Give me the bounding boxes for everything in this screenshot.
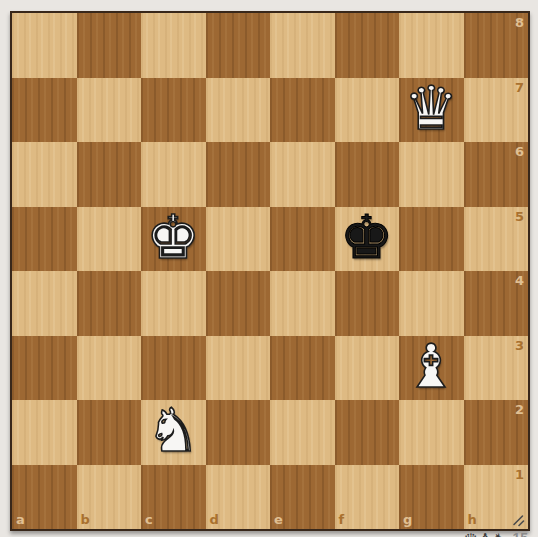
square-a3[interactable]: [12, 336, 77, 401]
bishop-icon: ♝: [478, 530, 492, 537]
square-e1[interactable]: e: [270, 465, 335, 530]
square-d2[interactable]: [206, 400, 271, 465]
square-f8[interactable]: [335, 13, 400, 78]
square-d4[interactable]: [206, 271, 271, 336]
rank-label-3: 3: [515, 338, 524, 353]
file-label-h: h: [468, 512, 477, 527]
square-a7[interactable]: [12, 78, 77, 143]
square-h7[interactable]: 7: [464, 78, 529, 143]
file-label-a: a: [16, 512, 25, 527]
file-label-c: c: [145, 512, 153, 527]
material-bar: ♛♝♞ 15: [463, 531, 528, 537]
square-g8[interactable]: [399, 13, 464, 78]
rank-label-4: 4: [515, 273, 524, 288]
square-e8[interactable]: [270, 13, 335, 78]
square-h2[interactable]: 2: [464, 400, 529, 465]
square-f5[interactable]: ♚: [335, 207, 400, 272]
white-knight[interactable]: ♞: [146, 400, 200, 460]
square-c8[interactable]: [141, 13, 206, 78]
square-g1[interactable]: g: [399, 465, 464, 530]
square-a5[interactable]: [12, 207, 77, 272]
square-f2[interactable]: [335, 400, 400, 465]
board-grid: 8♛76♚♚54♝3♞2abcdefgh1: [12, 13, 528, 529]
page: 8♛76♚♚54♝3♞2abcdefgh1 ♛♝♞ 15: [0, 0, 538, 537]
square-d3[interactable]: [206, 336, 271, 401]
square-a6[interactable]: [12, 142, 77, 207]
square-e7[interactable]: [270, 78, 335, 143]
square-h8[interactable]: 8: [464, 13, 529, 78]
square-b8[interactable]: [77, 13, 142, 78]
square-f4[interactable]: [335, 271, 400, 336]
square-b3[interactable]: [77, 336, 142, 401]
white-bishop[interactable]: ♝: [404, 336, 458, 396]
square-a2[interactable]: [12, 400, 77, 465]
resize-handle-icon[interactable]: [511, 513, 526, 528]
rank-label-5: 5: [515, 209, 524, 224]
material-score: 15: [512, 531, 528, 537]
queen-icon: ♛: [463, 530, 477, 537]
rank-label-7: 7: [515, 80, 524, 95]
file-label-d: d: [210, 512, 219, 527]
square-b4[interactable]: [77, 271, 142, 336]
square-e4[interactable]: [270, 271, 335, 336]
square-b7[interactable]: [77, 78, 142, 143]
square-e5[interactable]: [270, 207, 335, 272]
square-d8[interactable]: [206, 13, 271, 78]
square-g5[interactable]: [399, 207, 464, 272]
rank-label-1: 1: [515, 467, 524, 482]
square-h4[interactable]: 4: [464, 271, 529, 336]
file-label-b: b: [81, 512, 90, 527]
square-e3[interactable]: [270, 336, 335, 401]
rank-label-8: 8: [515, 15, 524, 30]
square-a4[interactable]: [12, 271, 77, 336]
square-d7[interactable]: [206, 78, 271, 143]
square-d5[interactable]: [206, 207, 271, 272]
square-a1[interactable]: a: [12, 465, 77, 530]
square-f3[interactable]: [335, 336, 400, 401]
square-c1[interactable]: c: [141, 465, 206, 530]
square-b1[interactable]: b: [77, 465, 142, 530]
square-h6[interactable]: 6: [464, 142, 529, 207]
square-d6[interactable]: [206, 142, 271, 207]
square-e2[interactable]: [270, 400, 335, 465]
file-label-g: g: [403, 512, 412, 527]
square-c2[interactable]: ♞: [141, 400, 206, 465]
square-c6[interactable]: [141, 142, 206, 207]
square-c7[interactable]: [141, 78, 206, 143]
square-a8[interactable]: [12, 13, 77, 78]
square-c4[interactable]: [141, 271, 206, 336]
square-c5[interactable]: ♚: [141, 207, 206, 272]
square-c3[interactable]: [141, 336, 206, 401]
square-g7[interactable]: ♛: [399, 78, 464, 143]
chess-board: 8♛76♚♚54♝3♞2abcdefgh1: [10, 11, 530, 531]
black-king[interactable]: ♚: [340, 207, 394, 267]
file-label-e: e: [274, 512, 283, 527]
file-label-f: f: [339, 512, 345, 527]
white-king[interactable]: ♚: [146, 207, 200, 267]
square-b6[interactable]: [77, 142, 142, 207]
square-d1[interactable]: d: [206, 465, 271, 530]
square-h5[interactable]: 5: [464, 207, 529, 272]
rank-label-2: 2: [515, 402, 524, 417]
square-g4[interactable]: [399, 271, 464, 336]
knight-icon: ♞: [492, 530, 506, 537]
square-e6[interactable]: [270, 142, 335, 207]
square-f7[interactable]: [335, 78, 400, 143]
captured-piece-icons: ♛♝♞: [463, 531, 506, 537]
square-g3[interactable]: ♝: [399, 336, 464, 401]
square-h3[interactable]: 3: [464, 336, 529, 401]
square-b5[interactable]: [77, 207, 142, 272]
square-b2[interactable]: [77, 400, 142, 465]
square-f6[interactable]: [335, 142, 400, 207]
white-queen[interactable]: ♛: [404, 78, 458, 138]
square-f1[interactable]: f: [335, 465, 400, 530]
rank-label-6: 6: [515, 144, 524, 159]
square-g6[interactable]: [399, 142, 464, 207]
square-g2[interactable]: [399, 400, 464, 465]
